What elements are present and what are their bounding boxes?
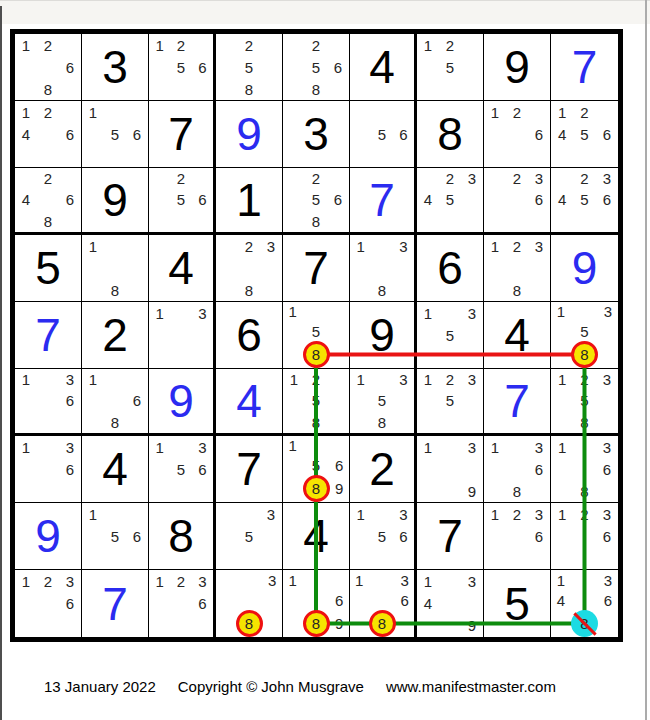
entered-digit: 4 xyxy=(236,378,262,424)
candidate-2: 2 xyxy=(513,239,521,254)
candidate-5: 5 xyxy=(312,458,320,473)
candidate-6: 6 xyxy=(198,192,206,207)
cell-r1c3[interactable]: 1256 xyxy=(149,34,216,101)
cell-r4c2[interactable]: 18 xyxy=(82,235,149,302)
candidate-6: 6 xyxy=(535,529,543,544)
cell-r5c5[interactable]: 158 xyxy=(283,302,350,369)
candidate-2: 2 xyxy=(245,239,253,254)
cell-r9c4[interactable]: 38 xyxy=(216,570,283,637)
candidate-1: 1 xyxy=(89,507,97,522)
cell-r7c1[interactable]: 136 xyxy=(15,436,82,503)
cell-r6c2[interactable]: 168 xyxy=(82,369,149,436)
candidate-3: 3 xyxy=(267,507,275,522)
cell-r3c2[interactable]: 9 xyxy=(82,168,149,235)
cell-r4c9[interactable]: 9 xyxy=(551,235,618,302)
candidate-3: 3 xyxy=(535,171,543,186)
cell-r6c8[interactable]: 7 xyxy=(484,369,551,436)
screen-edge-right xyxy=(645,0,647,720)
footer-date: 13 January 2022 xyxy=(44,678,156,695)
candidate-1: 1 xyxy=(558,105,566,120)
candidate-1: 1 xyxy=(356,507,364,522)
entered-digit: 7 xyxy=(369,177,395,223)
given-digit: 5 xyxy=(504,581,530,627)
candidate-5: 5 xyxy=(580,393,588,408)
candidate-6: 6 xyxy=(603,192,611,207)
candidate-1: 1 xyxy=(155,440,163,455)
candidate-1: 1 xyxy=(424,306,432,321)
candidate-2: 2 xyxy=(245,38,253,53)
candidate-1: 1 xyxy=(355,573,363,588)
cell-r5c4[interactable]: 6 xyxy=(216,302,283,369)
candidate-8: 8 xyxy=(245,283,253,298)
cell-r8c5[interactable]: 4 xyxy=(283,503,350,570)
given-digit: 6 xyxy=(437,245,463,291)
candidate-3: 3 xyxy=(468,171,476,186)
candidate-3: 3 xyxy=(66,372,74,387)
candidate-1: 1 xyxy=(491,239,499,254)
candidate-5: 5 xyxy=(446,328,454,343)
candidate-5: 5 xyxy=(177,462,185,477)
cell-r5c9[interactable]: 1358 xyxy=(551,302,618,369)
candidate-8: 8 xyxy=(312,415,320,430)
cell-r2c7[interactable]: 8 xyxy=(417,101,484,168)
candidate-1: 1 xyxy=(22,38,30,53)
candidate-5: 5 xyxy=(245,60,253,75)
candidate-3: 3 xyxy=(401,573,409,588)
candidate-2: 2 xyxy=(44,171,52,186)
candidate-6: 6 xyxy=(399,529,407,544)
cell-r1c9[interactable]: 7 xyxy=(551,34,618,101)
cell-r6c1[interactable]: 136 xyxy=(15,369,82,436)
candidate-1: 1 xyxy=(491,507,499,522)
candidate-5: 5 xyxy=(312,60,320,75)
candidate-1: 1 xyxy=(424,440,432,455)
candidate-6: 6 xyxy=(535,127,543,142)
candidate-3: 3 xyxy=(604,304,612,319)
chain-node-circle: 8 xyxy=(571,341,598,368)
candidate-1: 1 xyxy=(558,507,566,522)
candidate-8: 8 xyxy=(513,283,521,298)
candidate-5: 5 xyxy=(580,127,588,142)
candidate-3: 3 xyxy=(535,507,543,522)
given-digit: 2 xyxy=(369,446,395,492)
cell-r6c4[interactable]: 4 xyxy=(216,369,283,436)
candidate-1: 1 xyxy=(557,573,565,588)
candidate-2: 2 xyxy=(44,574,52,589)
chain-node-circle: 8 xyxy=(303,341,330,368)
given-digit: 6 xyxy=(236,312,262,358)
candidate-4: 4 xyxy=(424,596,432,611)
candidate-9: 9 xyxy=(335,616,343,631)
cell-r2c9[interactable]: 12456 xyxy=(551,101,618,168)
candidate-5: 5 xyxy=(378,127,386,142)
given-digit: 4 xyxy=(369,44,395,90)
cell-r2c3[interactable]: 7 xyxy=(149,101,216,168)
candidate-3: 3 xyxy=(399,507,407,522)
footer: 13 January 2022 Copyright © John Musgrav… xyxy=(44,678,556,695)
candidate-6: 6 xyxy=(603,127,611,142)
cell-r1c4[interactable]: 258 xyxy=(216,34,283,101)
cell-r1c1[interactable]: 1268 xyxy=(15,34,82,101)
candidate-3: 3 xyxy=(468,372,476,387)
cell-r5c2[interactable]: 2 xyxy=(82,302,149,369)
cell-r2c8[interactable]: 126 xyxy=(484,101,551,168)
candidate-9: 9 xyxy=(468,484,476,499)
candidate-2: 2 xyxy=(312,171,320,186)
entered-digit: 7 xyxy=(504,378,530,424)
candidate-3: 3 xyxy=(399,239,407,254)
chain-node-circle: 8 xyxy=(303,475,330,502)
given-digit: 4 xyxy=(504,312,530,358)
cell-r9c3[interactable]: 1236 xyxy=(149,570,216,637)
candidate-6: 6 xyxy=(399,127,407,142)
cell-r8c7[interactable]: 7 xyxy=(417,503,484,570)
candidate-6: 6 xyxy=(335,593,343,608)
candidate-3: 3 xyxy=(399,372,407,387)
candidate-6: 6 xyxy=(66,393,74,408)
candidate-3: 3 xyxy=(198,306,206,321)
cell-r3c7[interactable]: 2345 xyxy=(417,168,484,235)
candidate-3: 3 xyxy=(604,573,612,588)
given-digit: 9 xyxy=(504,44,530,90)
candidate-6: 6 xyxy=(198,462,206,477)
candidate-1: 1 xyxy=(424,372,432,387)
entered-digit: 9 xyxy=(236,111,262,157)
cell-r4c8[interactable]: 1238 xyxy=(484,235,551,302)
candidate-4: 4 xyxy=(558,127,566,142)
candidate-3: 3 xyxy=(603,372,611,387)
cell-r6c3[interactable]: 9 xyxy=(149,369,216,436)
candidate-1: 1 xyxy=(557,304,565,319)
candidate-9: 9 xyxy=(468,618,476,633)
candidate-2: 2 xyxy=(312,38,320,53)
entered-digit: 9 xyxy=(572,245,598,291)
candidate-5: 5 xyxy=(111,127,119,142)
candidate-6: 6 xyxy=(198,596,206,611)
candidate-1: 1 xyxy=(356,239,364,254)
given-digit: 4 xyxy=(303,513,329,559)
cell-r9c2[interactable]: 7 xyxy=(82,570,149,637)
cell-r6c7[interactable]: 1235 xyxy=(417,369,484,436)
candidate-4: 4 xyxy=(558,192,566,207)
given-digit: 7 xyxy=(168,111,194,157)
candidate-6: 6 xyxy=(535,462,543,477)
given-digit: 5 xyxy=(35,245,61,291)
candidate-2: 2 xyxy=(580,507,588,522)
candidate-5: 5 xyxy=(378,393,386,408)
given-digit: 8 xyxy=(437,111,463,157)
candidate-1: 1 xyxy=(356,372,364,387)
chain-node-circle: 8 xyxy=(369,610,396,637)
candidate-1: 1 xyxy=(289,438,297,453)
cell-r1c6[interactable]: 4 xyxy=(350,34,417,101)
cell-r3c1[interactable]: 2468 xyxy=(15,168,82,235)
cell-r8c8[interactable]: 1236 xyxy=(484,503,551,570)
candidate-5: 5 xyxy=(312,324,320,339)
cell-r1c7[interactable]: 125 xyxy=(417,34,484,101)
sudoku-grid: 1268312562582568412597124615679356812612… xyxy=(10,29,623,642)
candidate-1: 1 xyxy=(424,38,432,53)
candidate-1: 1 xyxy=(155,306,163,321)
candidate-3: 3 xyxy=(198,574,206,589)
candidate-2: 2 xyxy=(580,372,588,387)
candidate-3: 3 xyxy=(468,574,476,589)
cell-r2c4[interactable]: 9 xyxy=(216,101,283,168)
candidate-4: 4 xyxy=(22,192,30,207)
candidate-1: 1 xyxy=(89,239,97,254)
entered-digit: 9 xyxy=(35,513,61,559)
cell-r2c5[interactable]: 3 xyxy=(283,101,350,168)
footer-copyright: Copyright © John Musgrave xyxy=(178,678,364,695)
candidate-5: 5 xyxy=(177,60,185,75)
candidate-6: 6 xyxy=(603,529,611,544)
candidate-6: 6 xyxy=(335,458,343,473)
candidate-5: 5 xyxy=(111,529,119,544)
candidate-5: 5 xyxy=(245,529,253,544)
candidate-6: 6 xyxy=(66,462,74,477)
candidate-8: 8 xyxy=(312,214,320,229)
candidate-6: 6 xyxy=(604,593,612,608)
candidate-5: 5 xyxy=(580,324,588,339)
candidate-2: 2 xyxy=(177,38,185,53)
given-digit: 4 xyxy=(102,446,128,492)
cell-r2c2[interactable]: 156 xyxy=(82,101,149,168)
cell-r2c6[interactable]: 56 xyxy=(350,101,417,168)
candidate-8: 8 xyxy=(44,214,52,229)
given-digit: 2 xyxy=(102,312,128,358)
entered-digit: 7 xyxy=(572,44,598,90)
candidate-6: 6 xyxy=(66,127,74,142)
candidate-8: 8 xyxy=(580,415,588,430)
cell-r2c1[interactable]: 1246 xyxy=(15,101,82,168)
cell-r4c5[interactable]: 7 xyxy=(283,235,350,302)
window-chrome-strip xyxy=(0,0,650,24)
given-digit: 3 xyxy=(102,44,128,90)
cell-r5c6[interactable]: 9 xyxy=(350,302,417,369)
candidate-3: 3 xyxy=(268,573,276,588)
candidate-2: 2 xyxy=(513,105,521,120)
cell-r7c9[interactable]: 1368 xyxy=(551,436,618,503)
candidate-8: 8 xyxy=(111,283,119,298)
candidate-2: 2 xyxy=(513,171,521,186)
given-digit: 9 xyxy=(369,312,395,358)
cell-r8c3[interactable]: 8 xyxy=(149,503,216,570)
cell-r3c9[interactable]: 23456 xyxy=(551,168,618,235)
elimination-circle: 8 xyxy=(571,610,598,637)
candidate-5: 5 xyxy=(446,192,454,207)
cell-r8c6[interactable]: 1356 xyxy=(350,503,417,570)
cell-r9c5[interactable]: 1689 xyxy=(283,570,350,637)
candidate-6: 6 xyxy=(198,60,206,75)
candidate-2: 2 xyxy=(446,38,454,53)
cell-r3c6[interactable]: 7 xyxy=(350,168,417,235)
candidate-6: 6 xyxy=(334,60,342,75)
cell-r9c9[interactable]: 13468 xyxy=(551,570,618,637)
candidate-1: 1 xyxy=(289,573,297,588)
candidate-6: 6 xyxy=(535,192,543,207)
entered-digit: 7 xyxy=(35,312,61,358)
cell-r1c5[interactable]: 2568 xyxy=(283,34,350,101)
entered-digit: 9 xyxy=(168,378,194,424)
candidate-2: 2 xyxy=(312,372,320,387)
candidate-8: 8 xyxy=(378,283,386,298)
candidate-8: 8 xyxy=(44,82,52,97)
cell-r3c4[interactable]: 1 xyxy=(216,168,283,235)
candidate-3: 3 xyxy=(603,171,611,186)
cell-r5c7[interactable]: 135 xyxy=(417,302,484,369)
chain-node-circle: 8 xyxy=(303,610,330,637)
candidate-8: 8 xyxy=(378,415,386,430)
candidate-6: 6 xyxy=(334,192,342,207)
candidate-6: 6 xyxy=(66,192,74,207)
cell-r3c8[interactable]: 236 xyxy=(484,168,551,235)
given-digit: 3 xyxy=(303,111,329,157)
candidate-4: 4 xyxy=(22,127,30,142)
candidate-5: 5 xyxy=(580,192,588,207)
candidate-1: 1 xyxy=(289,304,297,319)
cell-r8c9[interactable]: 1236 xyxy=(551,503,618,570)
candidate-1: 1 xyxy=(22,574,30,589)
candidate-3: 3 xyxy=(603,440,611,455)
given-digit: 7 xyxy=(303,245,329,291)
cell-r7c5[interactable]: 15689 xyxy=(283,436,350,503)
candidate-3: 3 xyxy=(468,306,476,321)
cell-r5c3[interactable]: 13 xyxy=(149,302,216,369)
footer-website: www.manifestmaster.com xyxy=(386,678,556,695)
cell-r7c8[interactable]: 1368 xyxy=(484,436,551,503)
candidate-3: 3 xyxy=(198,440,206,455)
cell-r6c9[interactable]: 12358 xyxy=(551,369,618,436)
candidate-6: 6 xyxy=(133,393,141,408)
cell-r6c5[interactable]: 1258 xyxy=(283,369,350,436)
cell-r6c6[interactable]: 1358 xyxy=(350,369,417,436)
given-digit: 9 xyxy=(102,177,128,223)
cell-r5c8[interactable]: 4 xyxy=(484,302,551,369)
cell-r4c3[interactable]: 4 xyxy=(149,235,216,302)
cell-r3c3[interactable]: 256 xyxy=(149,168,216,235)
candidate-3: 3 xyxy=(603,507,611,522)
candidate-5: 5 xyxy=(378,529,386,544)
candidate-2: 2 xyxy=(580,105,588,120)
candidate-6: 6 xyxy=(66,596,74,611)
chain-node-circle: 8 xyxy=(236,610,263,637)
candidate-6: 6 xyxy=(66,60,74,75)
candidate-1: 1 xyxy=(155,574,163,589)
candidate-1: 1 xyxy=(558,440,566,455)
candidate-8: 8 xyxy=(245,82,253,97)
cell-r7c3[interactable]: 1356 xyxy=(149,436,216,503)
cell-r8c1[interactable]: 9 xyxy=(15,503,82,570)
candidate-1: 1 xyxy=(22,440,30,455)
candidate-8: 8 xyxy=(513,484,521,499)
screen-edge-left xyxy=(0,6,2,720)
candidate-1: 1 xyxy=(155,38,163,53)
cell-r4c1[interactable]: 5 xyxy=(15,235,82,302)
candidate-5: 5 xyxy=(177,192,185,207)
cell-r4c6[interactable]: 138 xyxy=(350,235,417,302)
candidate-3: 3 xyxy=(66,440,74,455)
candidate-5: 5 xyxy=(446,60,454,75)
given-digit: 4 xyxy=(168,245,194,291)
cell-r7c6[interactable]: 2 xyxy=(350,436,417,503)
candidate-1: 1 xyxy=(290,372,298,387)
candidate-6: 6 xyxy=(133,529,141,544)
cell-r5c1[interactable]: 7 xyxy=(15,302,82,369)
sudoku-board: 1268312562582568412597124615679356812612… xyxy=(10,29,623,642)
candidate-3: 3 xyxy=(535,440,543,455)
cell-r7c4[interactable]: 7 xyxy=(216,436,283,503)
given-digit: 1 xyxy=(236,177,262,223)
candidate-2: 2 xyxy=(513,507,521,522)
candidate-2: 2 xyxy=(446,372,454,387)
candidate-4: 4 xyxy=(424,192,432,207)
cell-r7c7[interactable]: 139 xyxy=(417,436,484,503)
candidate-1: 1 xyxy=(491,440,499,455)
candidate-8: 8 xyxy=(580,484,588,499)
candidate-6: 6 xyxy=(133,127,141,142)
candidate-1: 1 xyxy=(424,574,432,589)
entered-digit: 7 xyxy=(102,581,128,627)
candidate-2: 2 xyxy=(446,171,454,186)
candidate-3: 3 xyxy=(267,239,275,254)
candidate-5: 5 xyxy=(312,393,320,408)
candidate-8: 8 xyxy=(312,82,320,97)
cell-r4c4[interactable]: 238 xyxy=(216,235,283,302)
candidate-2: 2 xyxy=(44,38,52,53)
given-digit: 8 xyxy=(168,513,194,559)
cell-r9c7[interactable]: 1349 xyxy=(417,570,484,637)
cell-r4c7[interactable]: 6 xyxy=(417,235,484,302)
candidate-9: 9 xyxy=(335,481,343,496)
cell-r9c6[interactable]: 1368 xyxy=(350,570,417,637)
candidate-6: 6 xyxy=(603,462,611,477)
cell-r9c8[interactable]: 5 xyxy=(484,570,551,637)
candidate-1: 1 xyxy=(89,105,97,120)
candidate-2: 2 xyxy=(177,574,185,589)
cell-r8c4[interactable]: 35 xyxy=(216,503,283,570)
candidate-2: 2 xyxy=(44,105,52,120)
candidate-5: 5 xyxy=(446,393,454,408)
candidate-3: 3 xyxy=(468,440,476,455)
cell-r7c2[interactable]: 4 xyxy=(82,436,149,503)
candidate-1: 1 xyxy=(89,372,97,387)
candidate-8: 8 xyxy=(111,415,119,430)
candidate-3: 3 xyxy=(535,239,543,254)
candidate-1: 1 xyxy=(491,105,499,120)
cell-r3c5[interactable]: 2568 xyxy=(283,168,350,235)
candidate-1: 1 xyxy=(22,105,30,120)
candidate-2: 2 xyxy=(177,171,185,186)
given-digit: 7 xyxy=(236,446,262,492)
candidate-4: 4 xyxy=(557,593,565,608)
candidate-6: 6 xyxy=(401,593,409,608)
given-digit: 7 xyxy=(437,513,463,559)
candidate-2: 2 xyxy=(580,171,588,186)
candidate-1: 1 xyxy=(558,372,566,387)
candidate-3: 3 xyxy=(66,574,74,589)
candidate-1: 1 xyxy=(22,372,30,387)
cell-r1c2[interactable]: 3 xyxy=(82,34,149,101)
cell-r9c1[interactable]: 1236 xyxy=(15,570,82,637)
cell-r8c2[interactable]: 156 xyxy=(82,503,149,570)
cell-r1c8[interactable]: 9 xyxy=(484,34,551,101)
candidate-5: 5 xyxy=(312,192,320,207)
